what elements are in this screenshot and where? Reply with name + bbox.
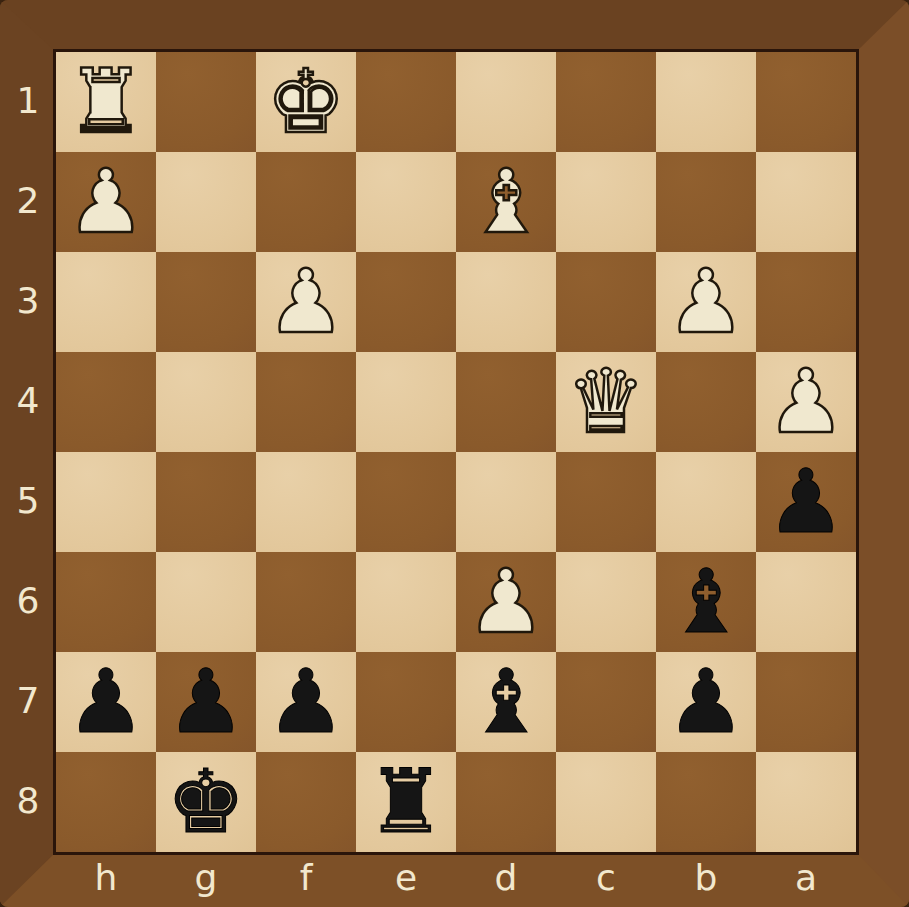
piece-white-pawn[interactable]: ♟ (656, 252, 756, 352)
square-d7[interactable]: ♝ (456, 652, 556, 752)
square-f7[interactable]: ♟ (256, 652, 356, 752)
square-f5[interactable] (256, 452, 356, 552)
square-a7[interactable] (756, 652, 856, 752)
piece-white-pawn[interactable]: ♟ (256, 252, 356, 352)
piece-black-rook[interactable]: ♜ (356, 752, 456, 852)
piece-black-king[interactable]: ♚ (156, 752, 256, 852)
square-g6[interactable] (156, 552, 256, 652)
square-e8[interactable]: ♜ (356, 752, 456, 852)
piece-black-bishop[interactable]: ♝ (456, 652, 556, 752)
square-e6[interactable] (356, 552, 456, 652)
square-f2[interactable] (256, 152, 356, 252)
square-b6[interactable]: ♝ (656, 552, 756, 652)
square-h3[interactable] (56, 252, 156, 352)
square-b2[interactable] (656, 152, 756, 252)
square-g4[interactable] (156, 352, 256, 452)
square-f3[interactable]: ♟ (256, 252, 356, 352)
square-e4[interactable] (356, 352, 456, 452)
square-g5[interactable] (156, 452, 256, 552)
square-c3[interactable] (556, 252, 656, 352)
square-a8[interactable] (756, 752, 856, 852)
square-g8[interactable]: ♚ (156, 752, 256, 852)
square-a2[interactable] (756, 152, 856, 252)
square-e7[interactable] (356, 652, 456, 752)
square-c7[interactable] (556, 652, 656, 752)
square-d2[interactable]: ♝ (456, 152, 556, 252)
piece-black-pawn[interactable]: ♟ (156, 652, 256, 752)
piece-white-pawn[interactable]: ♟ (456, 552, 556, 652)
chess-board: ♜♚♟♝♟♟♛♟♟♟♝♟♟♟♝♟♚♜ (56, 52, 856, 852)
piece-black-pawn[interactable]: ♟ (56, 652, 156, 752)
square-d5[interactable] (456, 452, 556, 552)
square-b1[interactable] (656, 52, 756, 152)
square-h6[interactable] (56, 552, 156, 652)
square-h4[interactable] (56, 352, 156, 452)
square-f8[interactable] (256, 752, 356, 852)
square-h8[interactable] (56, 752, 156, 852)
piece-black-pawn[interactable]: ♟ (656, 652, 756, 752)
piece-white-king[interactable]: ♚ (256, 52, 356, 152)
square-c5[interactable] (556, 452, 656, 552)
piece-black-pawn[interactable]: ♟ (256, 652, 356, 752)
square-h7[interactable]: ♟ (56, 652, 156, 752)
square-c8[interactable] (556, 752, 656, 852)
board-frame: ♜♚♟♝♟♟♛♟♟♟♝♟♟♟♝♟♚♜ (0, 0, 909, 907)
square-c6[interactable] (556, 552, 656, 652)
square-f1[interactable]: ♚ (256, 52, 356, 152)
piece-white-pawn[interactable]: ♟ (56, 152, 156, 252)
square-g3[interactable] (156, 252, 256, 352)
square-d3[interactable] (456, 252, 556, 352)
piece-white-bishop[interactable]: ♝ (456, 152, 556, 252)
square-a4[interactable]: ♟ (756, 352, 856, 452)
square-e3[interactable] (356, 252, 456, 352)
piece-black-pawn[interactable]: ♟ (756, 452, 856, 552)
piece-white-queen[interactable]: ♛ (556, 352, 656, 452)
square-e5[interactable] (356, 452, 456, 552)
square-b5[interactable] (656, 452, 756, 552)
square-a1[interactable] (756, 52, 856, 152)
square-b4[interactable] (656, 352, 756, 452)
piece-black-bishop[interactable]: ♝ (656, 552, 756, 652)
square-h5[interactable] (56, 452, 156, 552)
square-e1[interactable] (356, 52, 456, 152)
square-d6[interactable]: ♟ (456, 552, 556, 652)
square-g1[interactable] (156, 52, 256, 152)
chess-app: ♜♚♟♝♟♟♛♟♟♟♝♟♟♟♝♟♚♜ 12345678 hgfedcba (0, 0, 909, 907)
square-g2[interactable] (156, 152, 256, 252)
square-g7[interactable]: ♟ (156, 652, 256, 752)
piece-white-rook[interactable]: ♜ (56, 52, 156, 152)
square-b3[interactable]: ♟ (656, 252, 756, 352)
square-a6[interactable] (756, 552, 856, 652)
square-c4[interactable]: ♛ (556, 352, 656, 452)
square-h2[interactable]: ♟ (56, 152, 156, 252)
square-a5[interactable]: ♟ (756, 452, 856, 552)
square-f6[interactable] (256, 552, 356, 652)
square-d8[interactable] (456, 752, 556, 852)
piece-white-pawn[interactable]: ♟ (756, 352, 856, 452)
square-b8[interactable] (656, 752, 756, 852)
square-b7[interactable]: ♟ (656, 652, 756, 752)
square-e2[interactable] (356, 152, 456, 252)
square-c1[interactable] (556, 52, 656, 152)
square-h1[interactable]: ♜ (56, 52, 156, 152)
square-a3[interactable] (756, 252, 856, 352)
square-d4[interactable] (456, 352, 556, 452)
square-c2[interactable] (556, 152, 656, 252)
square-f4[interactable] (256, 352, 356, 452)
square-d1[interactable] (456, 52, 556, 152)
